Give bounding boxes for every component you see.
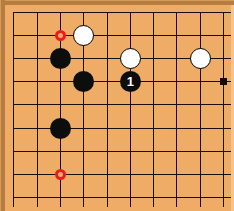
move-number-label: 1 bbox=[127, 75, 134, 88]
grid-vertical-line bbox=[37, 12, 38, 207]
grid-vertical-line bbox=[13, 12, 14, 207]
grid-horizontal-line bbox=[13, 128, 231, 129]
black-stone bbox=[50, 48, 71, 69]
white-stone bbox=[190, 48, 211, 69]
grid-vertical-line bbox=[107, 12, 108, 207]
grid-vertical-line bbox=[130, 12, 131, 207]
black-stone bbox=[73, 71, 94, 92]
red-circle-marker bbox=[55, 30, 66, 41]
grid-vertical-line bbox=[153, 12, 154, 207]
grid-horizontal-line bbox=[13, 104, 231, 105]
board-edge-left bbox=[0, 0, 5, 211]
grid-vertical-line bbox=[200, 12, 201, 207]
grid-horizontal-line bbox=[13, 197, 231, 198]
grid-horizontal-line bbox=[13, 12, 231, 13]
grid-horizontal-line bbox=[13, 174, 231, 175]
go-board: 1 bbox=[0, 0, 234, 211]
red-circle-marker bbox=[55, 169, 66, 180]
move-1-stone: 1 bbox=[120, 71, 141, 92]
grid-vertical-line bbox=[176, 12, 177, 207]
board-cut-edge-right bbox=[231, 0, 234, 211]
white-stone bbox=[120, 48, 141, 69]
black-square-marker bbox=[220, 78, 227, 85]
board-edge-top bbox=[0, 0, 234, 5]
white-stone bbox=[73, 25, 94, 46]
grid-horizontal-line bbox=[13, 35, 231, 36]
grid-vertical-line bbox=[223, 12, 224, 207]
grid-horizontal-line bbox=[13, 151, 231, 152]
black-stone bbox=[50, 118, 71, 139]
